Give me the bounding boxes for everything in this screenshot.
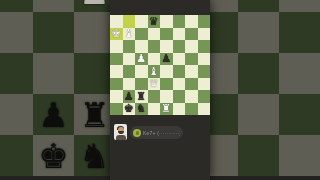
square-d6[interactable] <box>148 40 161 53</box>
square-e7[interactable] <box>160 28 173 41</box>
square-g2[interactable] <box>185 90 198 103</box>
piece-bQ-d8[interactable]: ♛ <box>149 15 159 26</box>
square-d8[interactable]: ♛ <box>148 15 161 28</box>
square-g4 <box>238 12 279 53</box>
player-bar: Ke7+ (···········) <box>110 122 210 142</box>
square-b2: ♟ <box>33 94 74 135</box>
avatar-shoulders <box>116 135 126 141</box>
square-b1[interactable]: ♚ <box>123 103 136 116</box>
piece-bR-c2: ♜ <box>79 97 109 131</box>
square-e3[interactable] <box>160 78 173 91</box>
square-g2 <box>238 94 279 135</box>
piece-bN-c1: ♞ <box>79 138 109 172</box>
square-c3[interactable] <box>135 78 148 91</box>
square-f3[interactable] <box>173 78 186 91</box>
square-h3 <box>279 53 320 94</box>
square-c2[interactable]: ♜ <box>135 90 148 103</box>
square-g4[interactable] <box>185 65 198 78</box>
piece-wB-b7[interactable]: ♝ <box>124 28 134 39</box>
square-b5 <box>33 0 74 12</box>
square-b3[interactable] <box>123 78 136 91</box>
square-c1: ♞ <box>74 135 115 176</box>
piece-bP-b2[interactable]: ♟ <box>124 90 134 101</box>
square-a5 <box>0 0 33 12</box>
square-h5[interactable] <box>198 53 211 66</box>
square-h1 <box>279 135 320 176</box>
square-g7[interactable] <box>185 28 198 41</box>
square-c1[interactable]: ♞ <box>135 103 148 116</box>
square-g5[interactable] <box>185 53 198 66</box>
square-c6[interactable] <box>135 40 148 53</box>
square-a2 <box>0 94 33 135</box>
square-d1[interactable] <box>148 103 161 116</box>
square-c5: ♟ <box>74 0 115 12</box>
square-h1[interactable] <box>198 103 211 116</box>
square-g8[interactable] <box>185 15 198 28</box>
piece-bK-b1: ♚ <box>38 138 68 172</box>
square-a5[interactable] <box>110 53 123 66</box>
piece-wP-c5: ♟ <box>79 0 109 8</box>
square-d2[interactable] <box>148 90 161 103</box>
square-h8[interactable] <box>198 15 211 28</box>
square-e6[interactable] <box>160 40 173 53</box>
piece-wP-c5[interactable]: ♟ <box>136 53 146 64</box>
square-h4 <box>279 12 320 53</box>
square-b7[interactable]: ♝ <box>123 28 136 41</box>
square-d4[interactable]: ♝ <box>148 65 161 78</box>
square-h6[interactable] <box>198 40 211 53</box>
square-c2: ♜ <box>74 94 115 135</box>
square-c3 <box>74 53 115 94</box>
piece-wK-a7[interactable]: ♚ <box>111 28 121 39</box>
square-a3 <box>0 53 33 94</box>
square-b6[interactable] <box>123 40 136 53</box>
square-g3[interactable] <box>185 78 198 91</box>
square-g1 <box>238 135 279 176</box>
square-a4 <box>0 12 33 53</box>
square-b1: ♚ <box>33 135 74 176</box>
square-a6[interactable] <box>110 40 123 53</box>
square-b2[interactable]: ♟ <box>123 90 136 103</box>
player-avatar[interactable] <box>114 124 127 140</box>
square-f7[interactable] <box>173 28 186 41</box>
square-f5[interactable] <box>173 53 186 66</box>
square-h4[interactable] <box>198 65 211 78</box>
square-h2 <box>279 94 320 135</box>
square-d3[interactable]: ♛ <box>148 78 161 91</box>
square-b4 <box>33 12 74 53</box>
square-e2[interactable] <box>160 90 173 103</box>
square-h2[interactable] <box>198 90 211 103</box>
square-e1[interactable]: ♜ <box>160 103 173 116</box>
square-c4[interactable] <box>135 65 148 78</box>
square-d5[interactable] <box>148 53 161 66</box>
square-b4[interactable] <box>123 65 136 78</box>
square-c4 <box>74 12 115 53</box>
square-g5 <box>238 0 279 12</box>
square-a1[interactable] <box>110 103 123 116</box>
square-f2[interactable] <box>173 90 186 103</box>
piece-bR-c2[interactable]: ♜ <box>136 90 146 101</box>
square-b5[interactable] <box>123 53 136 66</box>
square-b3 <box>33 53 74 94</box>
square-a3[interactable] <box>110 78 123 91</box>
square-g6[interactable] <box>185 40 198 53</box>
square-g3 <box>238 53 279 94</box>
piece-bP-e5[interactable]: ♟ <box>161 53 171 64</box>
chess-board[interactable]: ♛♚♝♟♟♝♛♟♜♚♞♜ <box>110 15 210 115</box>
square-f4[interactable] <box>173 65 186 78</box>
square-a1 <box>0 135 33 176</box>
piece-bK-b1[interactable]: ♚ <box>124 103 134 114</box>
square-f6[interactable] <box>173 40 186 53</box>
square-b8[interactable] <box>123 15 136 28</box>
video-strip: ♛♚♝♟♟♝♛♟♜♚♞♜ Ke7+ (···········) <box>110 0 210 180</box>
square-g1[interactable] <box>185 103 198 116</box>
square-e4[interactable] <box>160 65 173 78</box>
piece-bN-c1[interactable]: ♞ <box>136 103 146 114</box>
square-a2[interactable] <box>110 90 123 103</box>
square-c8[interactable] <box>135 15 148 28</box>
square-h7[interactable] <box>198 28 211 41</box>
square-c5[interactable]: ♟ <box>135 53 148 66</box>
square-d7[interactable] <box>148 28 161 41</box>
square-f1[interactable] <box>173 103 186 116</box>
square-a8[interactable] <box>110 15 123 28</box>
piece-bP-b2: ♟ <box>38 97 68 131</box>
piece-wR-e1[interactable]: ♜ <box>161 103 171 114</box>
piece-wB-d4[interactable]: ♝ <box>149 65 159 76</box>
piece-wQ-d3[interactable]: ♛ <box>149 78 159 89</box>
square-h5 <box>279 0 320 12</box>
square-c7[interactable] <box>135 28 148 41</box>
square-e5[interactable]: ♟ <box>160 53 173 66</box>
square-f8[interactable] <box>173 15 186 28</box>
caption-text: Ke7+ (···········) <box>143 130 180 136</box>
caption-pill: Ke7+ (···········) <box>130 126 183 139</box>
video-frame: ♛♚♝♟♟♝♛♟♜♚♞♜ ♛♚♝♟♟♝♛♟♜♚♞♜ Ke7+ (········… <box>0 0 320 180</box>
square-a7[interactable]: ♚ <box>110 28 123 41</box>
square-h3[interactable] <box>198 78 211 91</box>
avatar-beard <box>118 131 124 134</box>
square-a4[interactable] <box>110 65 123 78</box>
pawn-badge-icon <box>133 129 141 137</box>
square-e8[interactable] <box>160 15 173 28</box>
